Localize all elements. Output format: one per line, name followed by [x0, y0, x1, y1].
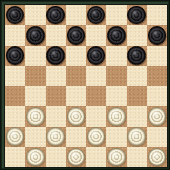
- white-piece[interactable]: [148, 107, 167, 126]
- board-square-r1c0[interactable]: [5, 25, 25, 45]
- white-piece[interactable]: [87, 127, 106, 146]
- board-square-r5c7[interactable]: [147, 106, 167, 126]
- board-square-r2c1[interactable]: [25, 46, 45, 66]
- board-square-r5c0[interactable]: [5, 106, 25, 126]
- board-square-r5c5[interactable]: [106, 106, 126, 126]
- white-piece[interactable]: [127, 127, 146, 146]
- white-piece[interactable]: [67, 148, 86, 167]
- board-square-r7c6[interactable]: [127, 147, 147, 167]
- board-square-r2c0[interactable]: [5, 46, 25, 66]
- board-square-r0c6[interactable]: [127, 5, 147, 25]
- board-square-r1c7[interactable]: [147, 25, 167, 45]
- black-piece[interactable]: [127, 46, 146, 65]
- board-square-r5c4[interactable]: [86, 106, 106, 126]
- black-piece[interactable]: [46, 6, 65, 25]
- board-square-r7c7[interactable]: [147, 147, 167, 167]
- board-square-r0c2[interactable]: [46, 5, 66, 25]
- board-square-r4c6[interactable]: [127, 86, 147, 106]
- board-square-r6c7[interactable]: [147, 127, 167, 147]
- board-square-r1c4[interactable]: [86, 25, 106, 45]
- black-piece[interactable]: [46, 46, 65, 65]
- board-square-r3c1[interactable]: [25, 66, 45, 86]
- board-square-r1c1[interactable]: [25, 25, 45, 45]
- board-square-r6c5[interactable]: [106, 127, 126, 147]
- white-piece[interactable]: [67, 107, 86, 126]
- white-piece[interactable]: [148, 148, 167, 167]
- board-square-r3c7[interactable]: [147, 66, 167, 86]
- board-square-r0c1[interactable]: [25, 5, 45, 25]
- board-square-r4c2[interactable]: [46, 86, 66, 106]
- board-square-r6c6[interactable]: [127, 127, 147, 147]
- board-square-r7c1[interactable]: [25, 147, 45, 167]
- board-square-r3c5[interactable]: [106, 66, 126, 86]
- white-piece[interactable]: [26, 107, 45, 126]
- white-piece[interactable]: [107, 107, 126, 126]
- board-square-r5c1[interactable]: [25, 106, 45, 126]
- black-piece[interactable]: [67, 26, 86, 45]
- black-piece[interactable]: [127, 6, 146, 25]
- board-square-r7c2[interactable]: [46, 147, 66, 167]
- black-piece[interactable]: [87, 46, 106, 65]
- black-piece[interactable]: [148, 26, 167, 45]
- board-square-r5c3[interactable]: [66, 106, 86, 126]
- board-square-r2c7[interactable]: [147, 46, 167, 66]
- board-square-r7c4[interactable]: [86, 147, 106, 167]
- board-square-r3c2[interactable]: [46, 66, 66, 86]
- board-square-r3c4[interactable]: [86, 66, 106, 86]
- board-square-r6c0[interactable]: [5, 127, 25, 147]
- board-square-r5c6[interactable]: [127, 106, 147, 126]
- black-piece[interactable]: [6, 46, 25, 65]
- checkers-board-frame: [0, 0, 170, 170]
- board-square-r0c5[interactable]: [106, 5, 126, 25]
- board-square-r4c5[interactable]: [106, 86, 126, 106]
- white-piece[interactable]: [107, 148, 126, 167]
- checkers-board: [5, 5, 167, 167]
- board-square-r2c2[interactable]: [46, 46, 66, 66]
- board-square-r3c0[interactable]: [5, 66, 25, 86]
- white-piece[interactable]: [26, 148, 45, 167]
- board-square-r4c7[interactable]: [147, 86, 167, 106]
- board-square-r7c0[interactable]: [5, 147, 25, 167]
- board-square-r1c3[interactable]: [66, 25, 86, 45]
- board-square-r6c4[interactable]: [86, 127, 106, 147]
- board-square-r6c2[interactable]: [46, 127, 66, 147]
- board-square-r7c3[interactable]: [66, 147, 86, 167]
- board-square-r1c2[interactable]: [46, 25, 66, 45]
- board-square-r6c3[interactable]: [66, 127, 86, 147]
- black-piece[interactable]: [107, 26, 126, 45]
- board-square-r0c4[interactable]: [86, 5, 106, 25]
- board-square-r2c6[interactable]: [127, 46, 147, 66]
- board-square-r7c5[interactable]: [106, 147, 126, 167]
- black-piece[interactable]: [26, 26, 45, 45]
- black-piece[interactable]: [87, 6, 106, 25]
- board-square-r4c0[interactable]: [5, 86, 25, 106]
- board-square-r4c1[interactable]: [25, 86, 45, 106]
- board-square-r2c3[interactable]: [66, 46, 86, 66]
- board-square-r3c3[interactable]: [66, 66, 86, 86]
- board-square-r1c6[interactable]: [127, 25, 147, 45]
- board-square-r2c4[interactable]: [86, 46, 106, 66]
- board-square-r4c3[interactable]: [66, 86, 86, 106]
- board-square-r0c3[interactable]: [66, 5, 86, 25]
- board-square-r5c2[interactable]: [46, 106, 66, 126]
- white-piece[interactable]: [6, 127, 25, 146]
- board-square-r0c0[interactable]: [5, 5, 25, 25]
- black-piece[interactable]: [6, 6, 25, 25]
- board-square-r2c5[interactable]: [106, 46, 126, 66]
- board-square-r4c4[interactable]: [86, 86, 106, 106]
- board-square-r3c6[interactable]: [127, 66, 147, 86]
- board-square-r6c1[interactable]: [25, 127, 45, 147]
- board-square-r0c7[interactable]: [147, 5, 167, 25]
- white-piece[interactable]: [46, 127, 65, 146]
- board-square-r1c5[interactable]: [106, 25, 126, 45]
